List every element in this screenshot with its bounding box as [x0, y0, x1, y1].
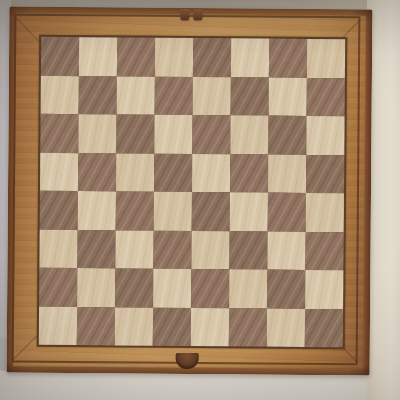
board-square[interactable] [116, 191, 154, 230]
board-square[interactable] [192, 115, 230, 154]
board-square[interactable] [306, 116, 344, 155]
board-square[interactable] [115, 307, 153, 346]
board-square[interactable] [39, 229, 77, 268]
photo-scene [0, 0, 400, 400]
lid-tab [180, 9, 210, 20]
board-square[interactable] [269, 39, 307, 78]
board-square[interactable] [191, 308, 229, 347]
board-square[interactable] [40, 152, 78, 191]
board-square[interactable] [78, 114, 116, 153]
board-square[interactable] [153, 269, 191, 308]
board-square[interactable] [77, 307, 115, 346]
board-square[interactable] [191, 231, 229, 270]
board-square[interactable] [115, 268, 153, 307]
board-square[interactable] [79, 76, 117, 115]
board-square[interactable] [192, 154, 230, 193]
lid-tab-nub [193, 9, 202, 20]
board-square[interactable] [41, 37, 79, 76]
background-table-bottom [0, 371, 400, 400]
board-square[interactable] [155, 76, 193, 115]
board-square[interactable] [230, 154, 268, 193]
board-square[interactable] [193, 77, 231, 116]
board-square[interactable] [77, 268, 115, 307]
board-square[interactable] [78, 191, 116, 230]
board-square[interactable] [192, 192, 230, 231]
board-square[interactable] [154, 115, 192, 154]
board-square[interactable] [267, 231, 305, 270]
board-square[interactable] [230, 192, 268, 231]
board-square[interactable] [153, 230, 191, 269]
board-square[interactable] [229, 231, 267, 270]
board-square[interactable] [193, 38, 231, 77]
board-square[interactable] [79, 37, 117, 76]
board-square[interactable] [305, 308, 343, 347]
board-square[interactable] [306, 193, 344, 232]
board-square[interactable] [229, 308, 267, 347]
lid-tab-nub [180, 9, 189, 20]
board-square[interactable] [117, 37, 155, 76]
board-square[interactable] [306, 154, 344, 193]
board-square[interactable] [154, 153, 192, 192]
board-square[interactable] [116, 114, 154, 153]
board-square[interactable] [39, 306, 77, 345]
board-square[interactable] [230, 115, 268, 154]
board-square[interactable] [155, 38, 193, 77]
board-square[interactable] [267, 270, 305, 309]
board-square[interactable] [305, 270, 343, 309]
board-square[interactable] [115, 230, 153, 269]
board-square[interactable] [231, 77, 269, 116]
board-square[interactable] [268, 116, 306, 155]
board-square[interactable] [78, 153, 116, 192]
board-square[interactable] [305, 231, 343, 270]
board-square[interactable] [268, 154, 306, 193]
board-square[interactable] [268, 193, 306, 232]
board-square[interactable] [307, 77, 345, 116]
board-square[interactable] [267, 308, 305, 347]
board-square[interactable] [40, 191, 78, 230]
board-square[interactable] [231, 38, 269, 77]
board-square[interactable] [117, 76, 155, 115]
board-square[interactable] [269, 77, 307, 116]
board-square[interactable] [307, 39, 345, 78]
board-square[interactable] [40, 114, 78, 153]
chess-board [39, 37, 345, 347]
board-square[interactable] [116, 153, 154, 192]
chess-box-lid [7, 7, 373, 376]
board-square[interactable] [77, 230, 115, 269]
board-square[interactable] [39, 268, 77, 307]
board-square[interactable] [153, 307, 191, 346]
board-square[interactable] [191, 269, 229, 308]
board-square[interactable] [154, 192, 192, 231]
board-square[interactable] [229, 269, 267, 308]
board-square[interactable] [41, 75, 79, 114]
